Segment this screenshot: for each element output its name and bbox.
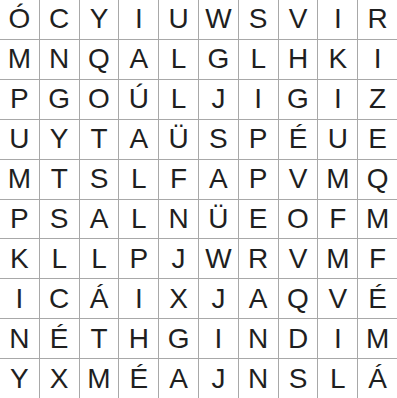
grid-cell-r8c7[interactable]: A: [239, 279, 278, 318]
grid-cell-r5c9[interactable]: M: [318, 160, 357, 199]
grid-cell-r3c4[interactable]: Ú: [119, 80, 158, 119]
grid-cell-r8c6[interactable]: J: [199, 279, 238, 318]
grid-cell-r3c10[interactable]: Z: [358, 80, 397, 119]
grid-cell-r10c6[interactable]: J: [199, 359, 238, 398]
grid-cell-r6c6[interactable]: Ü: [199, 200, 238, 239]
grid-cell-r9c2[interactable]: É: [40, 319, 79, 358]
grid-cell-r3c8[interactable]: G: [279, 80, 318, 119]
grid-cell-r6c10[interactable]: M: [358, 200, 397, 239]
grid-cell-r7c8[interactable]: V: [279, 239, 318, 278]
grid-cell-r1c9[interactable]: I: [318, 0, 357, 39]
grid-cell-r4c1[interactable]: U: [0, 120, 39, 159]
grid-cell-r10c8[interactable]: S: [279, 359, 318, 398]
grid-cell-r2c4[interactable]: A: [119, 40, 158, 79]
grid-cell-r5c5[interactable]: F: [159, 160, 198, 199]
grid-cell-r2c10[interactable]: I: [358, 40, 397, 79]
grid-cell-r5c7[interactable]: P: [239, 160, 278, 199]
grid-cell-r6c9[interactable]: F: [318, 200, 357, 239]
grid-cell-r10c1[interactable]: Y: [0, 359, 39, 398]
grid-cell-r9c8[interactable]: D: [279, 319, 318, 358]
grid-cell-r7c1[interactable]: K: [0, 239, 39, 278]
grid-cell-r8c4[interactable]: I: [119, 279, 158, 318]
grid-cell-r3c7[interactable]: I: [239, 80, 278, 119]
grid-cell-r5c4[interactable]: L: [119, 160, 158, 199]
grid-cell-r9c7[interactable]: N: [239, 319, 278, 358]
grid-cell-r10c2[interactable]: X: [40, 359, 79, 398]
grid-cell-r4c4[interactable]: A: [119, 120, 158, 159]
grid-cell-r1c7[interactable]: S: [239, 0, 278, 39]
grid-cell-r6c1[interactable]: P: [0, 200, 39, 239]
grid-cell-r7c7[interactable]: R: [239, 239, 278, 278]
grid-cell-r10c3[interactable]: M: [80, 359, 119, 398]
grid-cell-r4c10[interactable]: E: [358, 120, 397, 159]
grid-cell-r5c3[interactable]: S: [80, 160, 119, 199]
grid-cell-r8c2[interactable]: C: [40, 279, 79, 318]
grid-cell-r8c8[interactable]: Q: [279, 279, 318, 318]
grid-cell-r2c5[interactable]: L: [159, 40, 198, 79]
grid-cell-r10c10[interactable]: Á: [358, 359, 397, 398]
grid-cell-r8c9[interactable]: V: [318, 279, 357, 318]
grid-cell-r9c3[interactable]: T: [80, 319, 119, 358]
grid-cell-r2c2[interactable]: N: [40, 40, 79, 79]
grid-cell-r1c1[interactable]: Ó: [0, 0, 39, 39]
grid-cell-r4c3[interactable]: T: [80, 120, 119, 159]
grid-cell-r6c3[interactable]: A: [80, 200, 119, 239]
grid-cell-r7c2[interactable]: L: [40, 239, 79, 278]
grid-cell-r6c7[interactable]: E: [239, 200, 278, 239]
grid-cell-r6c2[interactable]: S: [40, 200, 79, 239]
grid-cell-r5c6[interactable]: A: [199, 160, 238, 199]
grid-cell-r1c3[interactable]: Y: [80, 0, 119, 39]
grid-cell-r9c6[interactable]: I: [199, 319, 238, 358]
grid-cell-r7c3[interactable]: L: [80, 239, 119, 278]
grid-cell-r9c9[interactable]: I: [318, 319, 357, 358]
grid-cell-r9c10[interactable]: M: [358, 319, 397, 358]
grid-cell-r6c8[interactable]: O: [279, 200, 318, 239]
grid-cell-r1c4[interactable]: I: [119, 0, 158, 39]
grid-cell-r4c2[interactable]: Y: [40, 120, 79, 159]
grid-cell-r2c9[interactable]: K: [318, 40, 357, 79]
grid-cell-r7c6[interactable]: W: [199, 239, 238, 278]
grid-cell-r10c5[interactable]: A: [159, 359, 198, 398]
grid-cell-r3c5[interactable]: L: [159, 80, 198, 119]
grid-cell-r9c1[interactable]: N: [0, 319, 39, 358]
grid-cell-r6c5[interactable]: N: [159, 200, 198, 239]
grid-cell-r7c5[interactable]: J: [159, 239, 198, 278]
grid-cell-r4c5[interactable]: Ü: [159, 120, 198, 159]
grid-cell-r3c6[interactable]: J: [199, 80, 238, 119]
grid-cell-r1c6[interactable]: W: [199, 0, 238, 39]
grid-cell-r10c9[interactable]: L: [318, 359, 357, 398]
grid-cell-r1c8[interactable]: V: [279, 0, 318, 39]
grid-cell-r3c1[interactable]: P: [0, 80, 39, 119]
grid-cell-r8c1[interactable]: I: [0, 279, 39, 318]
grid-cell-r8c5[interactable]: X: [159, 279, 198, 318]
grid-cell-r5c8[interactable]: V: [279, 160, 318, 199]
grid-cell-r3c2[interactable]: G: [40, 80, 79, 119]
grid-cell-r8c10[interactable]: É: [358, 279, 397, 318]
grid-cell-r4c7[interactable]: P: [239, 120, 278, 159]
grid-cell-r4c6[interactable]: S: [199, 120, 238, 159]
grid-cell-r4c8[interactable]: É: [279, 120, 318, 159]
grid-cell-r10c4[interactable]: É: [119, 359, 158, 398]
grid-cell-r1c2[interactable]: C: [40, 0, 79, 39]
grid-cell-r3c9[interactable]: I: [318, 80, 357, 119]
grid-cell-r6c4[interactable]: L: [119, 200, 158, 239]
grid-cell-r1c5[interactable]: U: [159, 0, 198, 39]
grid-cell-r2c7[interactable]: L: [239, 40, 278, 79]
grid-cell-r7c10[interactable]: F: [358, 239, 397, 278]
grid-cell-r5c2[interactable]: T: [40, 160, 79, 199]
grid-cell-r2c3[interactable]: Q: [80, 40, 119, 79]
grid-cell-r2c1[interactable]: M: [0, 40, 39, 79]
grid-cell-r10c7[interactable]: N: [239, 359, 278, 398]
grid-cell-r9c4[interactable]: H: [119, 319, 158, 358]
grid-cell-r1c10[interactable]: R: [358, 0, 397, 39]
grid-cell-r4c9[interactable]: U: [318, 120, 357, 159]
grid-cell-r9c5[interactable]: G: [159, 319, 198, 358]
grid-cell-r7c4[interactable]: P: [119, 239, 158, 278]
grid-cell-r3c3[interactable]: O: [80, 80, 119, 119]
word-search-grid: ÓCYIUWSVIRMNQALGLHKIPGOÚLJIGIZUYTAÜSPÉUE…: [0, 0, 397, 398]
grid-cell-r2c6[interactable]: G: [199, 40, 238, 79]
grid-cell-r5c1[interactable]: M: [0, 160, 39, 199]
grid-cell-r7c9[interactable]: M: [318, 239, 357, 278]
grid-cell-r2c8[interactable]: H: [279, 40, 318, 79]
grid-cell-r8c3[interactable]: Á: [80, 279, 119, 318]
grid-cell-r5c10[interactable]: Q: [358, 160, 397, 199]
